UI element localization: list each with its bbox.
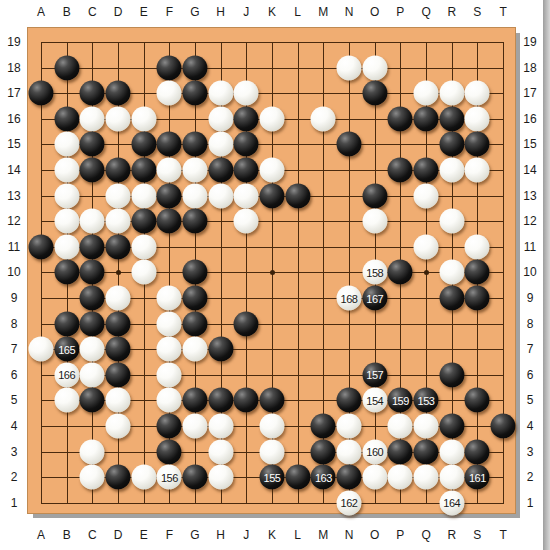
go-stone (106, 286, 131, 311)
go-stone (465, 158, 490, 183)
coord-label-left: 6 (11, 368, 18, 382)
coord-label-top: C (88, 5, 97, 19)
coord-label-top: J (243, 5, 249, 19)
go-stone (337, 414, 362, 439)
go-stone (183, 414, 208, 439)
coord-label-right: 12 (523, 214, 536, 228)
coord-label-bottom: D (114, 528, 123, 542)
go-stone (439, 414, 464, 439)
go-stone (54, 311, 79, 336)
go-stone (80, 106, 105, 131)
go-stone (285, 183, 310, 208)
go-stone (388, 414, 413, 439)
coord-label-top: N (345, 5, 354, 19)
go-stone (439, 81, 464, 106)
coord-label-left: 16 (7, 112, 20, 126)
go-stone (80, 81, 105, 106)
go-stone (54, 106, 79, 131)
go-stone (337, 465, 362, 490)
coord-label-top: L (294, 5, 301, 19)
coord-label-bottom: R (447, 528, 456, 542)
go-stone (157, 388, 182, 413)
go-stone (465, 234, 490, 259)
coord-label-right: 14 (523, 163, 536, 177)
go-stone (183, 81, 208, 106)
coord-label-right: 19 (523, 35, 536, 49)
coord-label-bottom: A (37, 528, 45, 542)
go-stone (234, 183, 259, 208)
go-stone-numbered: 166 (54, 362, 79, 387)
go-stone (157, 158, 182, 183)
go-stone (80, 337, 105, 362)
coord-label-left: 18 (7, 61, 20, 75)
go-stone (337, 132, 362, 157)
go-stone (439, 439, 464, 464)
move-number-label: 154 (362, 388, 387, 413)
go-stone (157, 81, 182, 106)
go-stone (106, 337, 131, 362)
go-stone (157, 311, 182, 336)
coord-label-top: P (396, 5, 404, 19)
go-stone (183, 158, 208, 183)
go-stone (183, 55, 208, 80)
go-stone (439, 465, 464, 490)
move-number-label: 166 (54, 362, 79, 387)
coord-label-bottom: K (268, 528, 276, 542)
go-stone (106, 362, 131, 387)
go-stone (388, 439, 413, 464)
coord-label-right: 10 (523, 265, 536, 279)
move-number-label: 159 (388, 388, 413, 413)
go-stone (234, 209, 259, 234)
go-stone (131, 183, 156, 208)
go-stone-numbered: 158 (362, 260, 387, 285)
go-stone (208, 388, 233, 413)
go-stone (414, 106, 439, 131)
go-stone (414, 414, 439, 439)
go-stone (439, 286, 464, 311)
go-stone (157, 183, 182, 208)
go-stone (414, 158, 439, 183)
coord-label-left: 10 (7, 265, 20, 279)
coord-label-right: 11 (524, 240, 536, 254)
coord-label-right: 1 (527, 496, 534, 510)
go-stone (80, 311, 105, 336)
go-stone (106, 414, 131, 439)
go-stone (337, 439, 362, 464)
coord-label-top: F (166, 5, 173, 19)
coord-label-left: 14 (7, 163, 20, 177)
go-stone (465, 132, 490, 157)
go-stone (157, 55, 182, 80)
go-stone (465, 106, 490, 131)
go-stone-numbered: 159 (388, 388, 413, 413)
coord-label-right: 2 (527, 470, 534, 484)
coord-label-bottom: J (243, 528, 249, 542)
go-stone (183, 183, 208, 208)
go-stone (439, 132, 464, 157)
go-stone (439, 209, 464, 234)
go-stone (157, 209, 182, 234)
go-stone (54, 55, 79, 80)
go-stone (54, 209, 79, 234)
coord-label-top: G (190, 5, 199, 19)
go-stone (131, 234, 156, 259)
coord-label-bottom: B (63, 528, 71, 542)
go-stone (106, 209, 131, 234)
go-stone (260, 388, 285, 413)
coord-label-bottom: H (216, 528, 225, 542)
go-stone (260, 106, 285, 131)
coord-label-top: D (114, 5, 123, 19)
go-stone (131, 465, 156, 490)
coord-label-top: B (63, 5, 71, 19)
go-stone (106, 183, 131, 208)
coord-label-left: 7 (11, 342, 18, 356)
go-stone (80, 209, 105, 234)
coord-label-right: 13 (523, 189, 536, 203)
coord-label-right: 5 (527, 393, 534, 407)
coord-label-top: S (473, 5, 481, 19)
coord-label-bottom: M (318, 528, 328, 542)
go-stone-numbered: 154 (362, 388, 387, 413)
go-stone (183, 286, 208, 311)
go-stone (183, 388, 208, 413)
go-stone (362, 55, 387, 80)
go-stone (80, 260, 105, 285)
window-edge-strip (543, 0, 550, 550)
coord-label-top: K (268, 5, 276, 19)
coord-label-right: 15 (523, 137, 536, 151)
go-stone (106, 311, 131, 336)
go-stone (234, 106, 259, 131)
go-stone (362, 81, 387, 106)
go-game-screenshot: ABCDEFGHJKLMNOPQRST ABCDEFGHJKLMNOPQRST … (0, 0, 550, 550)
go-stone-numbered: 167 (362, 286, 387, 311)
coord-label-right: 9 (527, 291, 534, 305)
coord-label-left: 19 (7, 35, 20, 49)
coord-label-left: 3 (11, 445, 18, 459)
go-stone-numbered: 168 (337, 286, 362, 311)
go-stone (157, 286, 182, 311)
move-number-label: 153 (414, 388, 439, 413)
go-stone (414, 183, 439, 208)
go-stone (491, 414, 516, 439)
go-stone (465, 286, 490, 311)
go-stone (414, 465, 439, 490)
coord-label-bottom: P (396, 528, 404, 542)
go-stone (465, 388, 490, 413)
go-stone (29, 81, 54, 106)
go-stone (106, 234, 131, 259)
go-stone (234, 132, 259, 157)
go-stone-numbered: 165 (54, 337, 79, 362)
go-stone (234, 81, 259, 106)
coord-label-right: 17 (523, 86, 536, 100)
go-stone-numbered: 156 (157, 465, 182, 490)
go-stone (311, 414, 336, 439)
coord-label-right: 18 (523, 61, 536, 75)
go-stone (311, 106, 336, 131)
go-stone (183, 260, 208, 285)
go-stone (311, 439, 336, 464)
go-stone (157, 439, 182, 464)
go-stone (80, 234, 105, 259)
go-stone (183, 311, 208, 336)
coord-label-left: 15 (7, 137, 20, 151)
coord-label-bottom: C (88, 528, 97, 542)
go-stone (208, 81, 233, 106)
coord-label-top: A (37, 5, 45, 19)
coord-label-right: 3 (527, 445, 534, 459)
coord-label-right: 4 (527, 419, 534, 433)
go-stone (465, 81, 490, 106)
go-stone (439, 362, 464, 387)
go-stone (465, 439, 490, 464)
coord-label-bottom: L (294, 528, 301, 542)
go-stone (414, 439, 439, 464)
go-stone (157, 132, 182, 157)
go-stone (208, 183, 233, 208)
go-stone (208, 439, 233, 464)
go-stone (414, 234, 439, 259)
coord-label-right: 6 (527, 368, 534, 382)
coord-label-right: 7 (527, 342, 534, 356)
go-stone (208, 337, 233, 362)
go-stone (80, 132, 105, 157)
go-stone (54, 183, 79, 208)
coord-label-left: 4 (11, 419, 18, 433)
go-stone (362, 183, 387, 208)
go-stone (183, 132, 208, 157)
go-stone (388, 158, 413, 183)
coord-label-left: 13 (7, 189, 20, 203)
go-stone (157, 337, 182, 362)
go-stone (362, 209, 387, 234)
coord-label-top: H (216, 5, 225, 19)
go-stone (29, 234, 54, 259)
move-number-label: 167 (362, 286, 387, 311)
coord-label-top: M (318, 5, 328, 19)
go-stone (234, 311, 259, 336)
coord-label-bottom: O (370, 528, 379, 542)
go-stone (131, 132, 156, 157)
coord-label-left: 12 (7, 214, 20, 228)
go-stone (183, 465, 208, 490)
go-stone (54, 260, 79, 285)
move-number-label: 165 (54, 337, 79, 362)
go-stone (208, 132, 233, 157)
go-stone (465, 260, 490, 285)
coord-label-top: T (499, 5, 506, 19)
coord-label-top: Q (421, 5, 430, 19)
go-stone (80, 158, 105, 183)
go-stone (260, 439, 285, 464)
coord-label-bottom: E (140, 528, 148, 542)
coord-label-right: 16 (523, 112, 536, 126)
go-stone-numbered: 155 (260, 465, 285, 490)
coord-label-bottom: S (473, 528, 481, 542)
move-number-label: 162 (337, 490, 362, 515)
coord-label-bottom: Q (421, 528, 430, 542)
go-stone-numbered: 164 (439, 490, 464, 515)
coord-label-left: 8 (11, 317, 18, 331)
go-stone-numbered: 162 (337, 490, 362, 515)
go-stone (388, 106, 413, 131)
coord-label-right: 8 (527, 317, 534, 331)
coord-label-top: O (370, 5, 379, 19)
move-number-label: 160 (362, 439, 387, 464)
go-stone (54, 234, 79, 259)
move-number-label: 155 (260, 465, 285, 490)
go-stone (439, 106, 464, 131)
go-stone (414, 81, 439, 106)
go-stone (208, 465, 233, 490)
go-stone (54, 158, 79, 183)
go-stone-numbered: 163 (311, 465, 336, 490)
go-stone (106, 106, 131, 131)
go-stone (106, 81, 131, 106)
move-number-label: 156 (157, 465, 182, 490)
go-stone (54, 132, 79, 157)
go-stone (234, 388, 259, 413)
go-stone (131, 106, 156, 131)
go-stone (234, 158, 259, 183)
coord-label-left: 5 (11, 393, 18, 407)
go-stone (29, 337, 54, 362)
move-number-label: 168 (337, 286, 362, 311)
move-number-label: 157 (362, 362, 387, 387)
coord-label-bottom: T (499, 528, 506, 542)
go-stone (80, 465, 105, 490)
go-stone (439, 158, 464, 183)
go-stone (80, 286, 105, 311)
move-number-label: 161 (465, 465, 490, 490)
go-stone (439, 260, 464, 285)
go-stone (157, 414, 182, 439)
go-stone (80, 439, 105, 464)
go-stone (106, 465, 131, 490)
go-stone (260, 414, 285, 439)
go-stone (362, 465, 387, 490)
coord-label-left: 17 (7, 86, 20, 100)
move-number-label: 164 (439, 490, 464, 515)
move-number-label: 163 (311, 465, 336, 490)
go-stone (337, 55, 362, 80)
move-number-label: 158 (362, 260, 387, 285)
go-stone (208, 158, 233, 183)
go-stone (337, 388, 362, 413)
go-stone (260, 158, 285, 183)
go-stone (388, 465, 413, 490)
go-stone (131, 260, 156, 285)
go-stone (285, 465, 310, 490)
go-stone (183, 337, 208, 362)
go-stone (388, 260, 413, 285)
coord-label-left: 9 (11, 291, 18, 305)
go-stone (183, 209, 208, 234)
coord-label-left: 11 (8, 240, 20, 254)
go-stone (260, 183, 285, 208)
coord-label-left: 1 (11, 496, 18, 510)
go-stone (157, 362, 182, 387)
go-stone (80, 362, 105, 387)
go-stone (106, 158, 131, 183)
coord-label-bottom: F (166, 528, 173, 542)
go-stone-numbered: 153 (414, 388, 439, 413)
go-stone (208, 106, 233, 131)
go-stone-numbered: 157 (362, 362, 387, 387)
go-stone-numbered: 161 (465, 465, 490, 490)
go-stone (54, 388, 79, 413)
grid-line-vertical (298, 42, 299, 504)
coord-label-bottom: G (190, 528, 199, 542)
go-stone (106, 388, 131, 413)
go-stone (208, 414, 233, 439)
coord-label-left: 2 (11, 470, 18, 484)
go-stone-numbered: 160 (362, 439, 387, 464)
grid-line-horizontal (41, 503, 504, 504)
go-stone (131, 209, 156, 234)
go-stone (131, 158, 156, 183)
coord-label-top: R (447, 5, 456, 19)
coord-label-bottom: N (345, 528, 354, 542)
coord-label-top: E (140, 5, 148, 19)
go-stone (80, 388, 105, 413)
